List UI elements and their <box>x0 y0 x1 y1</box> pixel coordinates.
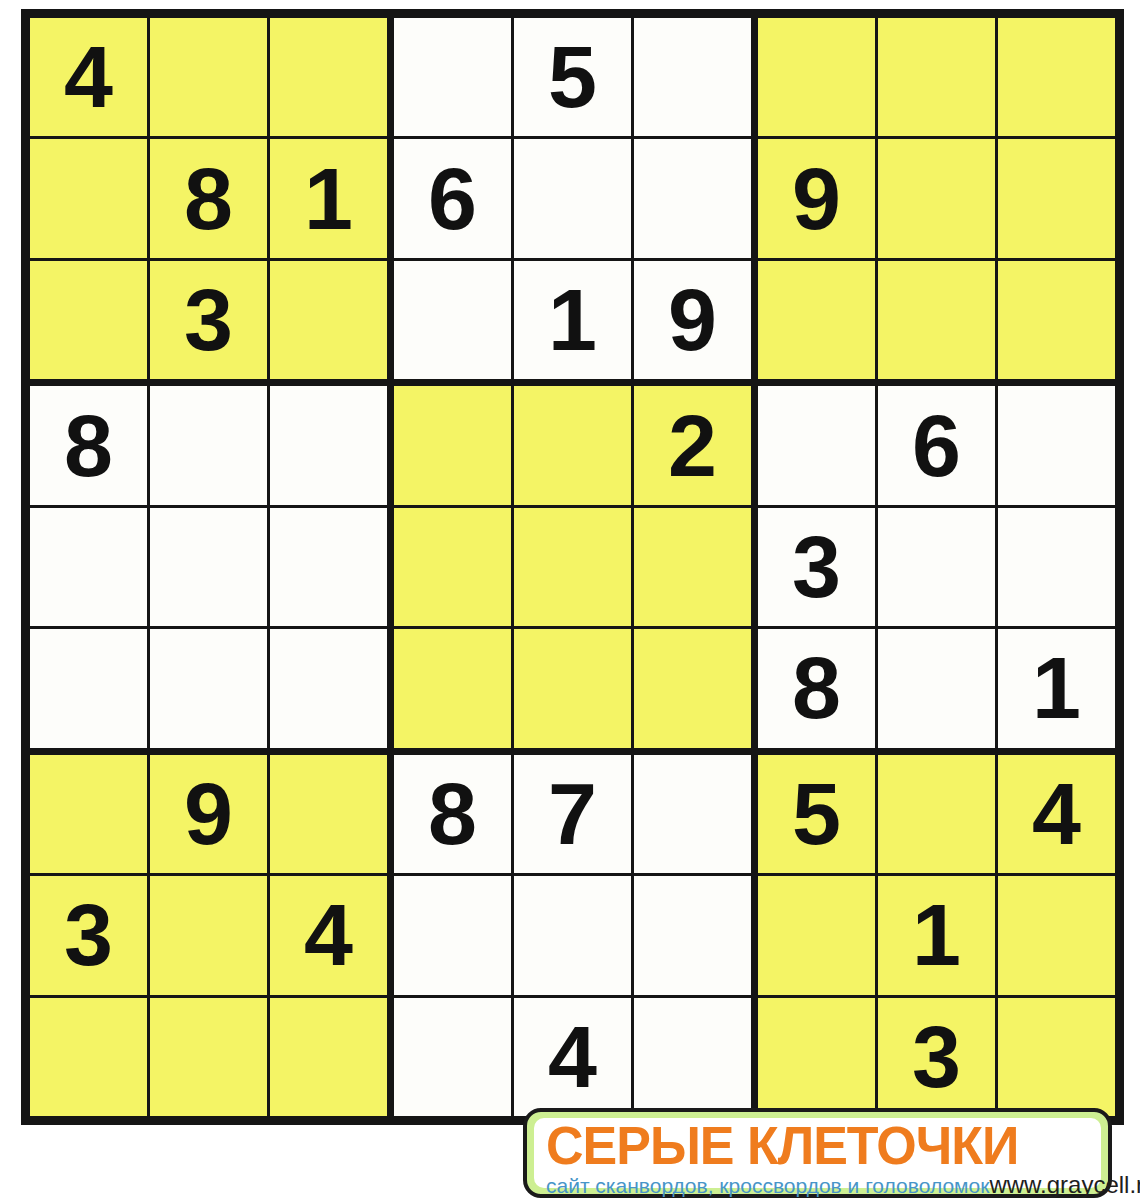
sudoku-cell-r3c3[interactable] <box>270 261 387 379</box>
sudoku-cell-r1c2[interactable] <box>150 18 267 136</box>
sudoku-cell-r4c1[interactable]: 8 <box>30 386 147 504</box>
sudoku-cell-r3c1[interactable] <box>30 261 147 379</box>
sudoku-cell-r4c6[interactable]: 2 <box>634 386 751 504</box>
sudoku-cell-r6c3[interactable] <box>270 629 387 747</box>
sudoku-cell-r5c8[interactable] <box>878 508 995 626</box>
sudoku-cell-r8c3[interactable]: 4 <box>270 876 387 994</box>
sudoku-cell-r5c2[interactable] <box>150 508 267 626</box>
sudoku-cell-r7c4[interactable]: 8 <box>394 755 511 873</box>
sudoku-cell-r5c5[interactable] <box>514 508 631 626</box>
sudoku-cell-r2c1[interactable] <box>30 139 147 257</box>
sudoku-cell-r2c3[interactable]: 1 <box>270 139 387 257</box>
sudoku-cell-r1c9[interactable] <box>998 18 1115 136</box>
sudoku-box-3-2: 874 <box>394 755 751 1116</box>
sudoku-cell-r9c2[interactable] <box>150 998 267 1116</box>
logo-subtitle: сайт сканвордов, кроссвордов и головолом… <box>546 1174 989 1198</box>
sudoku-cell-r7c6[interactable] <box>634 755 751 873</box>
sudoku-cell-r3c6[interactable]: 9 <box>634 261 751 379</box>
sudoku-cell-r8c4[interactable] <box>394 876 511 994</box>
sudoku-cell-r9c5[interactable]: 4 <box>514 998 631 1116</box>
sudoku-cell-r5c6[interactable] <box>634 508 751 626</box>
sudoku-cell-r7c3[interactable] <box>270 755 387 873</box>
sudoku-cell-r1c4[interactable] <box>394 18 511 136</box>
logo-bottom-row: сайт сканвордов, кроссвордов и головолом… <box>546 1171 1091 1199</box>
sudoku-box-3-1: 934 <box>30 755 387 1116</box>
sudoku-cell-r9c1[interactable] <box>30 998 147 1116</box>
sudoku-box-1-2: 5619 <box>394 18 751 379</box>
sudoku-cell-r6c9[interactable]: 1 <box>998 629 1115 747</box>
sudoku-cell-r2c5[interactable] <box>514 139 631 257</box>
sudoku-cell-r8c7[interactable] <box>758 876 875 994</box>
graycell-logo: СЕРЫЕ КЛЕТОЧКИ сайт сканвордов, кроссвор… <box>523 1108 1112 1198</box>
sudoku-cell-r8c8[interactable]: 1 <box>878 876 995 994</box>
sudoku-cell-r4c9[interactable] <box>998 386 1115 504</box>
sudoku-cell-r4c3[interactable] <box>270 386 387 504</box>
sudoku-box-1-1: 4813 <box>30 18 387 379</box>
sudoku-cell-r9c8[interactable]: 3 <box>878 998 995 1116</box>
sudoku-cell-r8c5[interactable] <box>514 876 631 994</box>
sudoku-cell-r6c6[interactable] <box>634 629 751 747</box>
sudoku-cell-r5c9[interactable] <box>998 508 1115 626</box>
sudoku-cell-r7c7[interactable]: 5 <box>758 755 875 873</box>
sudoku-cell-r6c5[interactable] <box>514 629 631 747</box>
sudoku-cell-r8c9[interactable] <box>998 876 1115 994</box>
sudoku-cell-r2c4[interactable]: 6 <box>394 139 511 257</box>
sudoku-cell-r1c1[interactable]: 4 <box>30 18 147 136</box>
sudoku-board: 4813561998263819348745413 <box>21 9 1124 1125</box>
sudoku-cell-r5c7[interactable]: 3 <box>758 508 875 626</box>
sudoku-cell-r8c2[interactable] <box>150 876 267 994</box>
sudoku-cell-r9c9[interactable] <box>998 998 1115 1116</box>
sudoku-box-1-3: 9 <box>758 18 1115 379</box>
sudoku-box-2-1: 8 <box>30 386 387 747</box>
sudoku-cell-r2c9[interactable] <box>998 139 1115 257</box>
sudoku-cell-r6c4[interactable] <box>394 629 511 747</box>
graycell-logo-panel: СЕРЫЕ КЛЕТОЧКИ сайт сканвордов, кроссвор… <box>534 1118 1101 1188</box>
sudoku-cell-r7c5[interactable]: 7 <box>514 755 631 873</box>
sudoku-cell-r6c1[interactable] <box>30 629 147 747</box>
sudoku-box-2-2: 2 <box>394 386 751 747</box>
sudoku-cell-r2c6[interactable] <box>634 139 751 257</box>
sudoku-cell-r9c4[interactable] <box>394 998 511 1116</box>
sudoku-cell-r5c4[interactable] <box>394 508 511 626</box>
sudoku-cell-r2c8[interactable] <box>878 139 995 257</box>
sudoku-cell-r9c3[interactable] <box>270 998 387 1116</box>
sudoku-cell-r1c3[interactable] <box>270 18 387 136</box>
sudoku-cell-r2c2[interactable]: 8 <box>150 139 267 257</box>
sudoku-cell-r4c5[interactable] <box>514 386 631 504</box>
sudoku-cell-r1c6[interactable] <box>634 18 751 136</box>
sudoku-cell-r7c2[interactable]: 9 <box>150 755 267 873</box>
sudoku-cell-r3c5[interactable]: 1 <box>514 261 631 379</box>
page: 4813561998263819348745413 СЕРЫЕ КЛЕТОЧКИ… <box>0 0 1140 1200</box>
sudoku-cell-r1c8[interactable] <box>878 18 995 136</box>
sudoku-cell-r3c9[interactable] <box>998 261 1115 379</box>
sudoku-cell-r7c1[interactable] <box>30 755 147 873</box>
sudoku-cell-r4c2[interactable] <box>150 386 267 504</box>
sudoku-cell-r9c6[interactable] <box>634 998 751 1116</box>
sudoku-cell-r3c2[interactable]: 3 <box>150 261 267 379</box>
sudoku-cell-r8c1[interactable]: 3 <box>30 876 147 994</box>
sudoku-box-3-3: 5413 <box>758 755 1115 1116</box>
sudoku-cell-r5c1[interactable] <box>30 508 147 626</box>
sudoku-cell-r2c7[interactable]: 9 <box>758 139 875 257</box>
sudoku-cell-r4c8[interactable]: 6 <box>878 386 995 504</box>
logo-title: СЕРЫЕ КЛЕТОЧКИ <box>546 1119 1091 1172</box>
sudoku-cell-r3c7[interactable] <box>758 261 875 379</box>
logo-url-link[interactable]: www.graycell.ru <box>989 1171 1140 1199</box>
sudoku-cell-r3c4[interactable] <box>394 261 511 379</box>
sudoku-box-2-3: 6381 <box>758 386 1115 747</box>
sudoku-cell-r8c6[interactable] <box>634 876 751 994</box>
sudoku-cell-r1c7[interactable] <box>758 18 875 136</box>
sudoku-cell-r3c8[interactable] <box>878 261 995 379</box>
sudoku-cell-r6c2[interactable] <box>150 629 267 747</box>
sudoku-cell-r4c7[interactable] <box>758 386 875 504</box>
sudoku-cell-r9c7[interactable] <box>758 998 875 1116</box>
sudoku-cell-r7c8[interactable] <box>878 755 995 873</box>
sudoku-cell-r4c4[interactable] <box>394 386 511 504</box>
sudoku-cell-r7c9[interactable]: 4 <box>998 755 1115 873</box>
sudoku-cell-r5c3[interactable] <box>270 508 387 626</box>
sudoku-cell-r6c8[interactable] <box>878 629 995 747</box>
sudoku-cell-r1c5[interactable]: 5 <box>514 18 631 136</box>
sudoku-cell-r6c7[interactable]: 8 <box>758 629 875 747</box>
